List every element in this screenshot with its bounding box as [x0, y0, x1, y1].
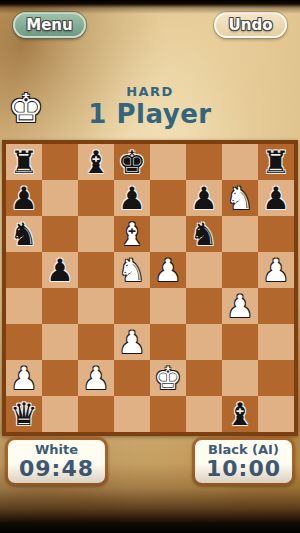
square-d3[interactable]: ♟ [114, 324, 150, 360]
square-d2[interactable] [114, 360, 150, 396]
square-d6[interactable]: ♝ [114, 216, 150, 252]
square-a2[interactable]: ♟ [6, 360, 42, 396]
square-g4[interactable]: ♟ [222, 288, 258, 324]
square-b5[interactable]: ♟ [42, 252, 78, 288]
piece-white-king-e2[interactable]: ♚ [154, 360, 182, 396]
square-a4[interactable] [6, 288, 42, 324]
piece-white-pawn-e5[interactable]: ♟ [154, 252, 182, 288]
square-h8[interactable]: ♜ [258, 144, 294, 180]
square-g1[interactable]: ♝ [222, 396, 258, 432]
square-d8[interactable]: ♚ [114, 144, 150, 180]
square-e8[interactable] [150, 144, 186, 180]
piece-black-knight-f6[interactable]: ♞ [190, 216, 218, 252]
square-f7[interactable]: ♟ [186, 180, 222, 216]
square-c5[interactable] [78, 252, 114, 288]
piece-black-pawn-b5[interactable]: ♟ [46, 252, 74, 288]
square-h2[interactable] [258, 360, 294, 396]
square-b8[interactable] [42, 144, 78, 180]
piece-black-pawn-f7[interactable]: ♟ [190, 180, 218, 216]
white-clock-label: White [35, 442, 78, 457]
piece-white-pawn-c2[interactable]: ♟ [82, 360, 110, 396]
black-clock: Black (AI) 10:00 [192, 437, 295, 486]
square-b2[interactable] [42, 360, 78, 396]
piece-white-knight-d5[interactable]: ♞ [118, 252, 146, 288]
square-g6[interactable] [222, 216, 258, 252]
square-f8[interactable] [186, 144, 222, 180]
piece-black-knight-a6[interactable]: ♞ [10, 216, 38, 252]
square-f5[interactable] [186, 252, 222, 288]
square-e5[interactable]: ♟ [150, 252, 186, 288]
chess-board[interactable]: ♜♝♚♜♟♟♟♞♟♞♝♞♟♞♟♟♟♟♟♟♚♛♝ [2, 140, 298, 436]
square-c3[interactable] [78, 324, 114, 360]
square-d4[interactable] [114, 288, 150, 324]
piece-black-pawn-a7[interactable]: ♟ [10, 180, 38, 216]
chess-app-screen: Menu Undo ♚ HARD 1 Player ♜♝♚♜♟♟♟♞♟♞♝♞♟♞… [0, 0, 300, 533]
square-e4[interactable] [150, 288, 186, 324]
piece-black-rook-h8[interactable]: ♜ [262, 144, 290, 180]
square-d7[interactable]: ♟ [114, 180, 150, 216]
undo-button[interactable]: Undo [214, 12, 287, 38]
square-b3[interactable] [42, 324, 78, 360]
square-e1[interactable] [150, 396, 186, 432]
square-b1[interactable] [42, 396, 78, 432]
square-f4[interactable] [186, 288, 222, 324]
square-b7[interactable] [42, 180, 78, 216]
square-a1[interactable]: ♛ [6, 396, 42, 432]
square-g8[interactable] [222, 144, 258, 180]
piece-white-pawn-a2[interactable]: ♟ [10, 360, 38, 396]
square-c4[interactable] [78, 288, 114, 324]
piece-black-king-d8[interactable]: ♚ [118, 144, 146, 180]
white-clock: White 09:48 [5, 437, 108, 486]
square-h6[interactable] [258, 216, 294, 252]
square-c8[interactable]: ♝ [78, 144, 114, 180]
piece-black-bishop-g1[interactable]: ♝ [226, 396, 254, 432]
piece-black-rook-a8[interactable]: ♜ [10, 144, 38, 180]
square-e2[interactable]: ♚ [150, 360, 186, 396]
square-c6[interactable] [78, 216, 114, 252]
piece-white-knight-g7[interactable]: ♞ [226, 180, 254, 216]
square-a5[interactable] [6, 252, 42, 288]
square-f3[interactable] [186, 324, 222, 360]
square-c2[interactable]: ♟ [78, 360, 114, 396]
square-g3[interactable] [222, 324, 258, 360]
square-g2[interactable] [222, 360, 258, 396]
piece-white-pawn-d3[interactable]: ♟ [118, 324, 146, 360]
piece-black-pawn-d7[interactable]: ♟ [118, 180, 146, 216]
piece-black-bishop-c8[interactable]: ♝ [82, 144, 110, 180]
square-d5[interactable]: ♞ [114, 252, 150, 288]
game-mode-label: 1 Player [0, 99, 300, 129]
square-h4[interactable] [258, 288, 294, 324]
white-clock-time: 09:48 [19, 457, 94, 481]
square-f6[interactable]: ♞ [186, 216, 222, 252]
piece-black-pawn-h7[interactable]: ♟ [262, 180, 290, 216]
square-e3[interactable] [150, 324, 186, 360]
square-a6[interactable]: ♞ [6, 216, 42, 252]
square-d1[interactable] [114, 396, 150, 432]
square-a7[interactable]: ♟ [6, 180, 42, 216]
square-f2[interactable] [186, 360, 222, 396]
black-clock-time: 10:00 [206, 457, 281, 481]
piece-white-pawn-h5[interactable]: ♟ [262, 252, 290, 288]
square-c7[interactable] [78, 180, 114, 216]
square-b6[interactable] [42, 216, 78, 252]
square-g7[interactable]: ♞ [222, 180, 258, 216]
square-h7[interactable]: ♟ [258, 180, 294, 216]
square-c1[interactable] [78, 396, 114, 432]
menu-button[interactable]: Menu [13, 12, 86, 38]
square-h5[interactable]: ♟ [258, 252, 294, 288]
square-e7[interactable] [150, 180, 186, 216]
piece-white-pawn-g4[interactable]: ♟ [226, 288, 254, 324]
square-b4[interactable] [42, 288, 78, 324]
piece-black-queen-a1[interactable]: ♛ [10, 396, 38, 432]
square-g5[interactable] [222, 252, 258, 288]
piece-white-bishop-d6[interactable]: ♝ [118, 216, 146, 252]
difficulty-label: HARD [0, 84, 300, 99]
square-h3[interactable] [258, 324, 294, 360]
square-h1[interactable] [258, 396, 294, 432]
square-a8[interactable]: ♜ [6, 144, 42, 180]
black-clock-label: Black (AI) [208, 442, 279, 457]
square-f1[interactable] [186, 396, 222, 432]
square-a3[interactable] [6, 324, 42, 360]
square-e6[interactable] [150, 216, 186, 252]
